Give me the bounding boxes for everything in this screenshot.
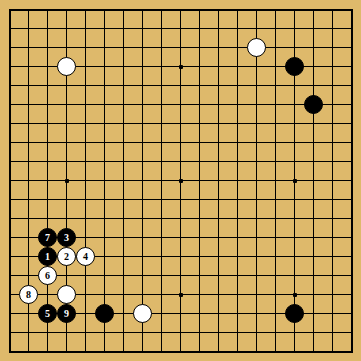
move-number-label: 5	[45, 309, 50, 319]
go-board[interactable]: 123456789	[0, 0, 361, 361]
move-number-label: 7	[45, 233, 50, 243]
stone-black-c6: 1	[38, 247, 57, 266]
move-number-label: 1	[45, 252, 50, 262]
move-number-label: 8	[26, 290, 31, 300]
move-number-label: 2	[64, 252, 69, 262]
move-number-label: 6	[45, 271, 50, 281]
stone-black-c3: 5	[38, 304, 57, 323]
stone-white-c5: 6	[38, 266, 57, 285]
stone-white-b4: 8	[19, 285, 38, 304]
stone-white-d6: 2	[57, 247, 76, 266]
stone-black-f3	[95, 304, 114, 323]
stone-black-q3	[285, 304, 304, 323]
stone-white-d4	[57, 285, 76, 304]
stone-white-o17	[247, 38, 266, 57]
stone-white-e6: 4	[76, 247, 95, 266]
stone-black-d3: 9	[57, 304, 76, 323]
stone-black-d7: 3	[57, 228, 76, 247]
stone-black-q16	[285, 57, 304, 76]
move-number-label: 3	[64, 233, 69, 243]
stone-white-d16	[57, 57, 76, 76]
stones-layer: 123456789	[0, 0, 361, 361]
move-number-label: 9	[64, 309, 69, 319]
stone-black-r14	[304, 95, 323, 114]
stone-black-c7: 7	[38, 228, 57, 247]
stone-white-h3	[133, 304, 152, 323]
move-number-label: 4	[83, 252, 88, 262]
